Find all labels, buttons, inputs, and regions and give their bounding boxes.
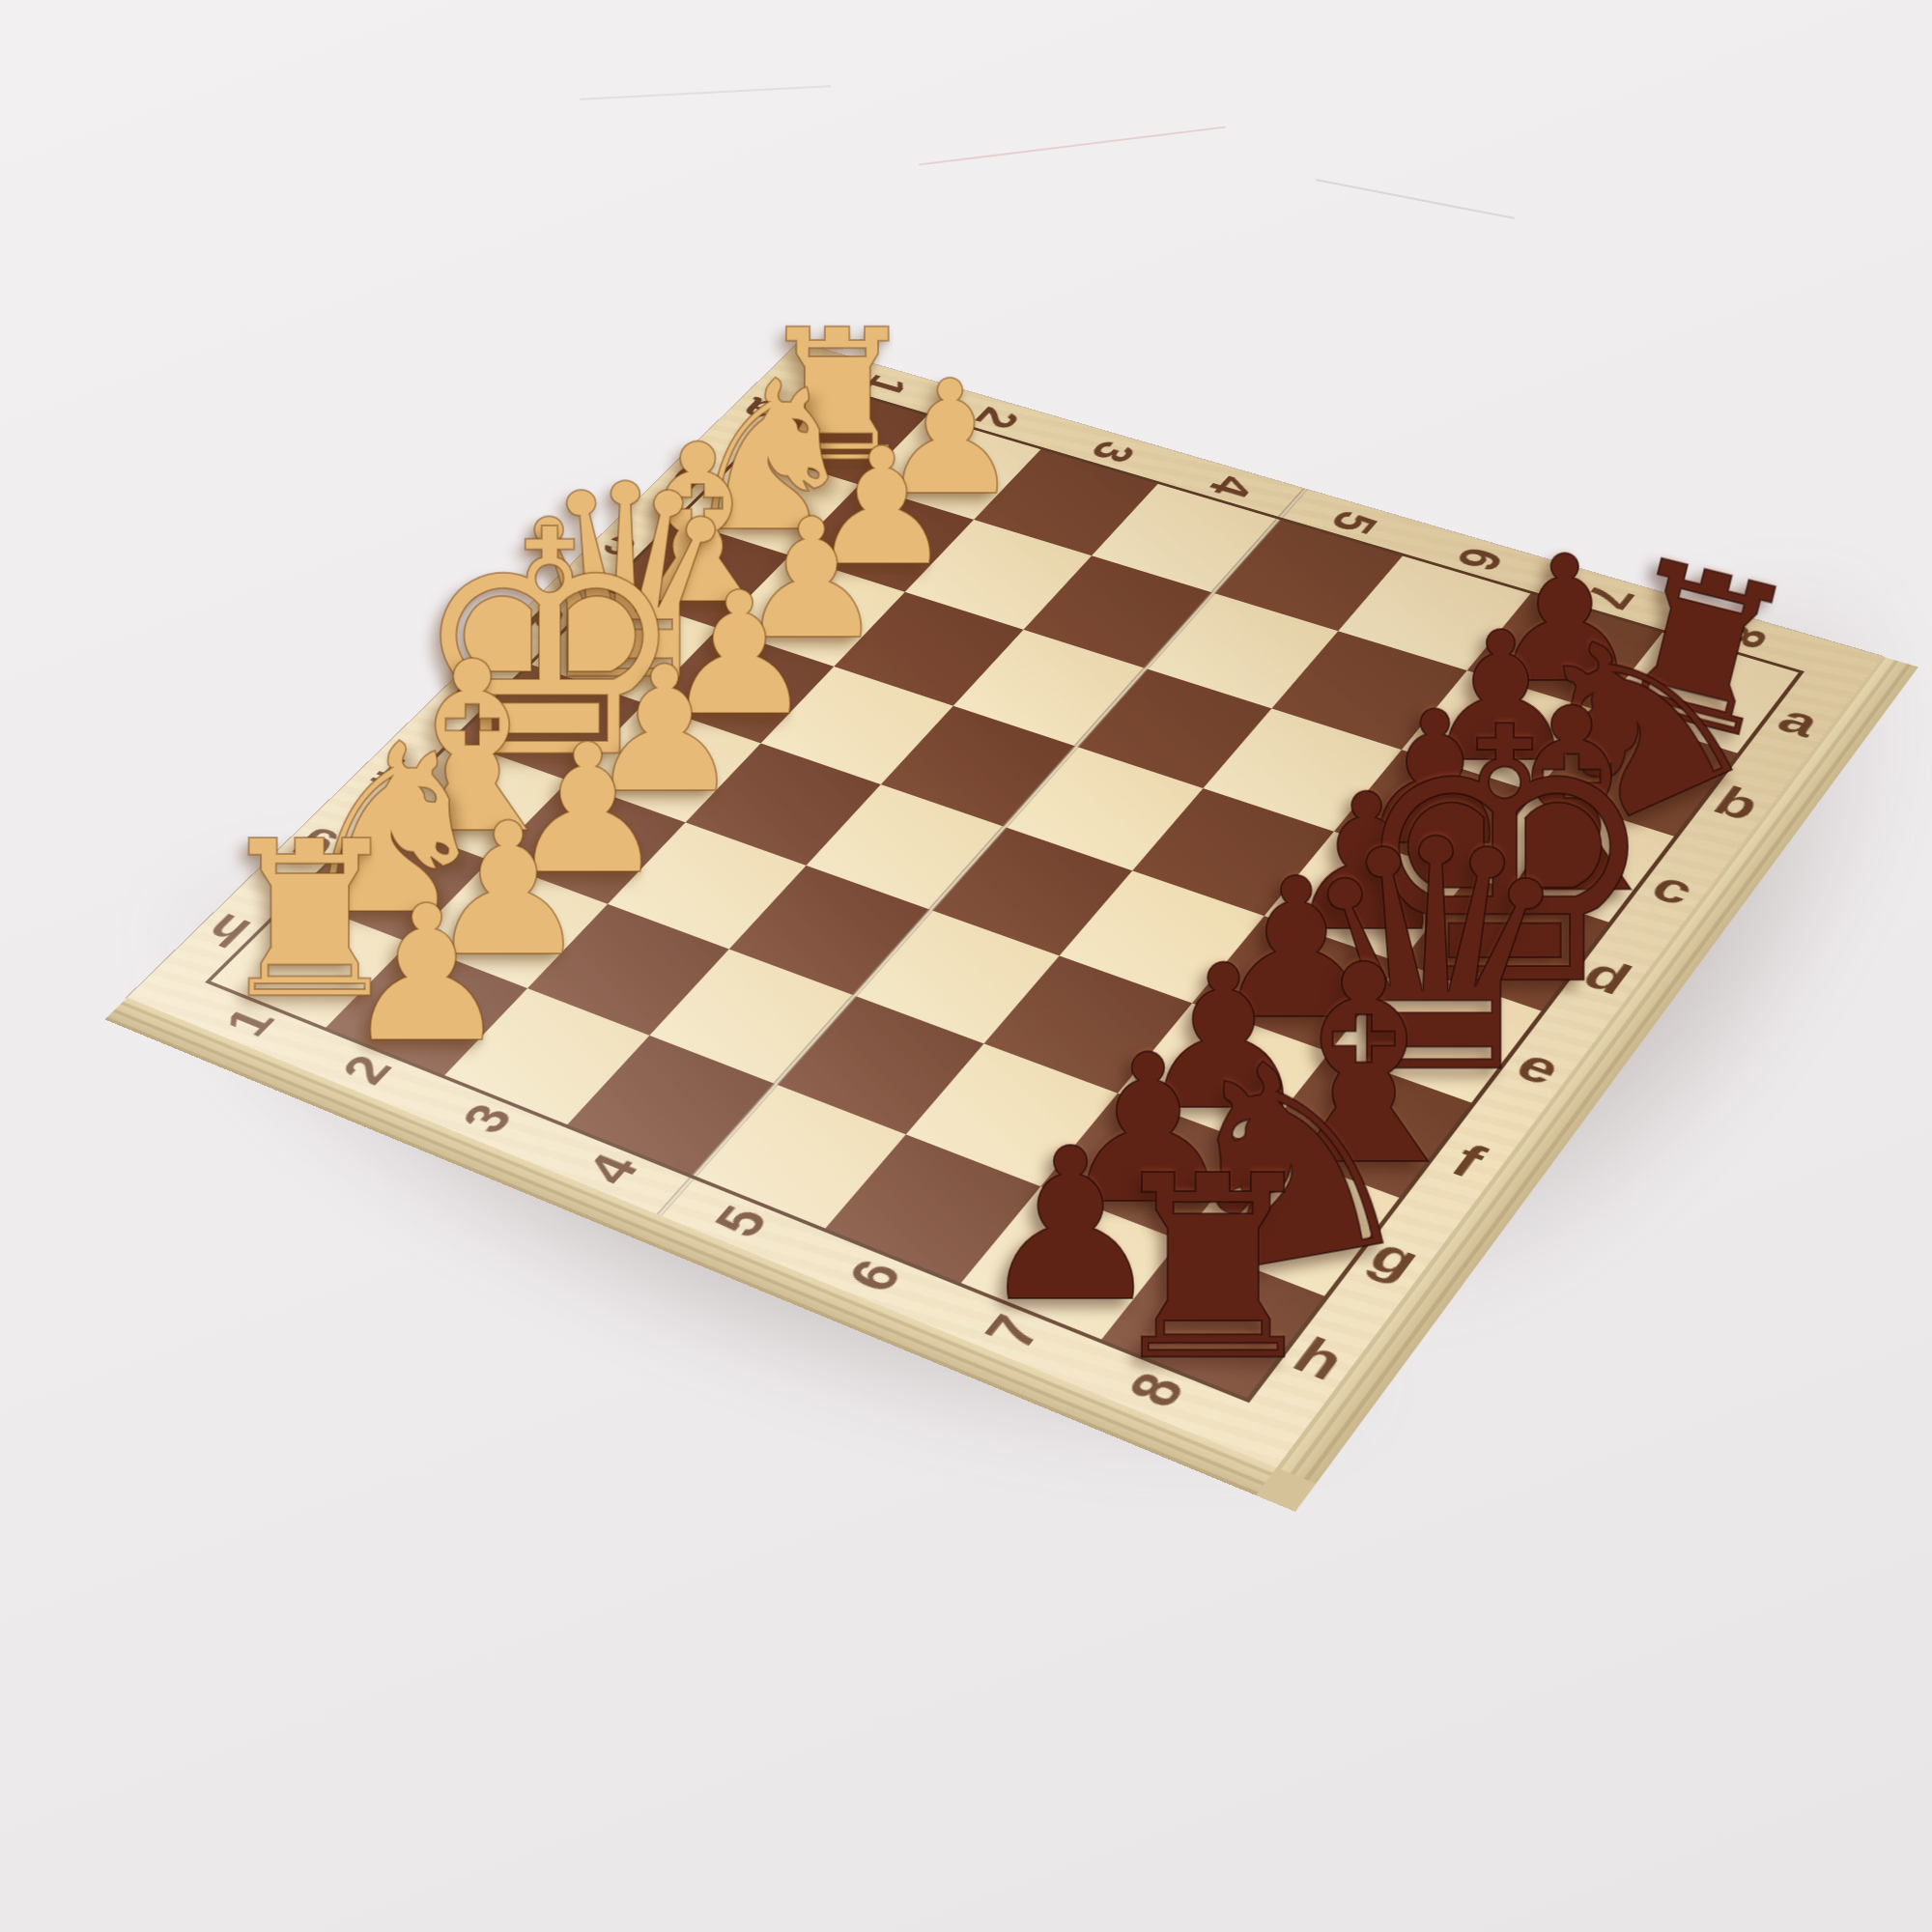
backdrop-scratch [1316,179,1516,219]
photo-backdrop: 1122334455667788hhggffeeddccbbaa ♜♟♞♟♝♟♛… [0,0,1932,1932]
backdrop-scratch [919,127,1226,166]
board-plywood-edge-corner [1256,1467,1316,1512]
backdrop-scratch [580,85,831,100]
chessboard: 1122334455667788hhggffeeddccbbaa [128,342,1882,1467]
